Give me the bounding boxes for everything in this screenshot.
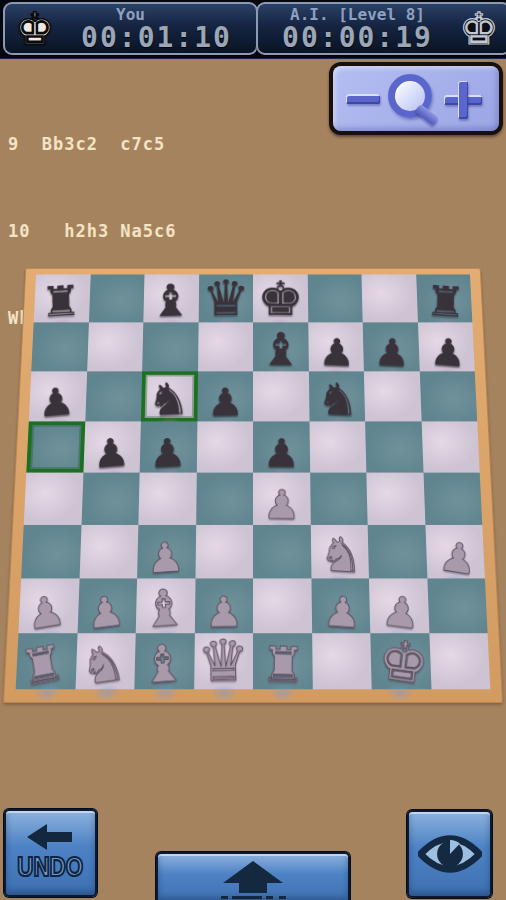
square-d4[interactable] [196, 473, 253, 525]
black-knight-c6: ♞ [140, 376, 197, 422]
black-queen-d8: ♛ [198, 273, 253, 322]
square-a3[interactable] [21, 525, 81, 579]
view-toggle-button[interactable] [407, 810, 492, 898]
square-b5[interactable]: ♟ [83, 421, 141, 472]
zoom-out-icon[interactable] [346, 94, 380, 104]
black-pawn-e5: ♟ [253, 433, 310, 473]
undo-button[interactable]: UNDO [4, 809, 97, 897]
square-a4[interactable] [24, 473, 83, 525]
white-pawn-e4: ♟ [253, 485, 311, 526]
square-e4[interactable]: ♟ [253, 473, 310, 525]
white-pawn-a2: ♟ [14, 587, 78, 638]
square-d6[interactable]: ♟ [197, 371, 253, 421]
white-king-g1: ♚ [371, 631, 436, 694]
square-b4[interactable] [81, 473, 140, 525]
white-pawn-f2: ♟ [311, 590, 372, 636]
square-d8[interactable]: ♛ [198, 274, 253, 322]
square-g2[interactable]: ♟ [369, 578, 429, 633]
white-king-icon: ♚ [9, 6, 61, 52]
forward-button[interactable] [156, 852, 350, 900]
square-h5[interactable] [421, 421, 480, 472]
square-c8[interactable]: ♝ [143, 274, 198, 322]
white-pawn-c3: ♟ [136, 536, 196, 580]
white-bishop-c2: ♝ [133, 581, 194, 635]
square-a7[interactable] [31, 322, 88, 371]
square-d3[interactable] [195, 525, 253, 579]
square-a5[interactable] [26, 421, 85, 472]
square-d1[interactable]: ♛ [194, 633, 253, 689]
square-g6[interactable] [364, 371, 421, 421]
square-g1[interactable]: ♚ [370, 633, 431, 689]
board-3d-scene: ♜♝♛♚♜♝♟♟♟♟♞♟♞♟♟♟♟♟♞♟♟♟♝♟♟♟♜♞♝♛♜♚ [3, 268, 503, 703]
black-bishop-c8: ♝ [143, 278, 198, 323]
square-f8[interactable] [307, 274, 362, 322]
eye-icon [418, 832, 482, 876]
black-king-e8: ♚ [253, 275, 308, 323]
square-h4[interactable] [423, 473, 482, 525]
up-arrow-icon [213, 861, 293, 900]
square-c7[interactable] [142, 322, 198, 371]
arrow-dash [266, 896, 273, 899]
square-e5[interactable]: ♟ [253, 421, 310, 472]
square-c3[interactable]: ♟ [137, 525, 196, 579]
white-pawn-h3: ♟ [426, 534, 488, 583]
square-b6[interactable] [85, 371, 142, 421]
square-f3[interactable]: ♞ [310, 525, 369, 579]
square-a2[interactable]: ♟ [18, 578, 79, 633]
arrow-dash [232, 896, 262, 899]
white-queen-d1: ♛ [193, 631, 253, 690]
clock-bar: ♚ You 00:01:10 A.I. [Level 8] 00:00:19 ♚ [0, 0, 506, 59]
board-wood-frame: ♜♝♛♚♜♝♟♟♟♟♞♟♞♟♟♟♟♟♞♟♟♟♝♟♟♟♜♞♝♛♜♚ [3, 268, 503, 703]
square-f7[interactable]: ♟ [308, 322, 364, 371]
player-clock-panel: ♚ You 00:01:10 [3, 2, 258, 55]
square-h1[interactable] [429, 633, 490, 689]
square-g3[interactable] [368, 525, 427, 579]
chess-app-screen: ♚ You 00:01:10 A.I. [Level 8] 00:00:19 ♚… [0, 0, 506, 900]
square-g4[interactable] [366, 473, 425, 525]
black-pawn-c5: ♟ [139, 432, 197, 474]
white-bishop-c1: ♝ [132, 636, 194, 692]
undo-arrow-icon [25, 824, 77, 850]
square-f5[interactable] [309, 421, 366, 472]
square-g7[interactable]: ♟ [363, 322, 420, 371]
chess-board[interactable]: ♜♝♛♚♜♝♟♟♟♟♞♟♞♟♟♟♟♟♞♟♟♟♝♟♟♟♜♞♝♛♜♚ [16, 274, 491, 689]
square-f4[interactable] [310, 473, 368, 525]
player-name: You [116, 6, 145, 23]
square-b7[interactable] [87, 322, 144, 371]
ai-clock-panel: A.I. [Level 8] 00:00:19 ♚ [256, 2, 506, 55]
square-f1[interactable] [312, 633, 372, 689]
square-a8[interactable]: ♜ [34, 274, 91, 322]
black-pawn-d6: ♟ [197, 383, 253, 422]
square-e2[interactable] [253, 578, 312, 633]
move-log-line: 10 h2h3 Na5c6 [8, 217, 177, 246]
square-f6[interactable]: ♞ [308, 371, 365, 421]
square-b3[interactable] [79, 525, 138, 579]
black-pawn-b5: ♟ [81, 432, 140, 475]
black-bishop-e7: ♝ [253, 326, 308, 371]
square-h3[interactable]: ♟ [425, 525, 485, 579]
black-pawn-g7: ♟ [364, 333, 420, 373]
square-c6[interactable]: ♞ [141, 371, 198, 421]
square-e7[interactable]: ♝ [253, 322, 308, 371]
square-d5[interactable] [196, 421, 253, 472]
zoom-control-inner [333, 66, 499, 131]
square-d7[interactable] [198, 322, 253, 371]
undo-button-label: UNDO [18, 852, 84, 882]
move-log-line: 9 Bb3c2 c7c5 [8, 130, 177, 159]
white-rook-a1: ♜ [10, 636, 76, 695]
square-h8[interactable]: ♜ [416, 274, 473, 322]
black-rook-a8: ♜ [33, 280, 89, 324]
white-pawn-b2: ♟ [74, 588, 136, 636]
black-pawn-h7: ♟ [419, 332, 476, 373]
square-e6[interactable] [253, 371, 309, 421]
square-c1[interactable]: ♝ [134, 633, 194, 689]
black-knight-f6: ♞ [309, 376, 366, 422]
square-g5[interactable] [365, 421, 423, 472]
square-h6[interactable] [419, 371, 477, 421]
square-b8[interactable] [88, 274, 144, 322]
square-b1[interactable]: ♞ [75, 633, 136, 689]
arrow-dash [221, 896, 228, 899]
square-a6[interactable]: ♟ [29, 371, 87, 421]
ai-time: 00:00:19 [282, 23, 433, 52]
ai-clock-column: A.I. [Level 8] 00:00:19 [262, 5, 453, 52]
square-d2[interactable]: ♟ [194, 578, 253, 633]
black-king-icon: ♚ [453, 6, 505, 52]
square-a1[interactable]: ♜ [16, 633, 77, 689]
zoom-in-icon[interactable] [440, 76, 486, 122]
square-b2[interactable]: ♟ [77, 578, 137, 633]
zoom-control-panel [329, 62, 503, 135]
square-c2[interactable]: ♝ [136, 578, 195, 633]
black-pawn-a6: ♟ [27, 381, 85, 424]
white-rook-e1: ♜ [253, 640, 313, 690]
black-rook-h8: ♜ [417, 280, 473, 324]
player-clock-column: You 00:01:10 [61, 5, 252, 52]
white-knight-f3: ♞ [311, 530, 371, 581]
magnifier-icon[interactable] [381, 70, 439, 128]
square-e1[interactable]: ♜ [253, 633, 312, 689]
arrow-dash [279, 896, 286, 899]
square-f2[interactable]: ♟ [311, 578, 370, 633]
square-c4[interactable] [138, 473, 196, 525]
square-g8[interactable] [361, 274, 417, 322]
white-knight-b1: ♞ [71, 636, 135, 693]
player-time: 00:01:10 [81, 23, 232, 52]
square-e8[interactable]: ♚ [253, 274, 308, 322]
square-h7[interactable]: ♟ [418, 322, 475, 371]
black-pawn-f7: ♟ [308, 333, 364, 372]
square-e3[interactable] [253, 525, 311, 579]
square-c5[interactable]: ♟ [140, 421, 197, 472]
square-h2[interactable] [427, 578, 488, 633]
